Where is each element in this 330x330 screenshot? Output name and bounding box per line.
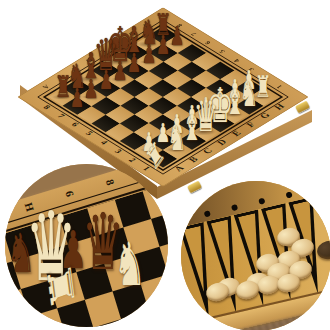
coordinate-label: C xyxy=(69,66,79,72)
coordinate-label: H xyxy=(272,102,287,111)
closeup-border-label: 8 xyxy=(104,178,117,187)
coordinate-label: 1 xyxy=(141,165,152,172)
coordinate-label: 2 xyxy=(261,75,270,81)
coordinate-label: 3 xyxy=(112,148,123,155)
coordinate-label: 4 xyxy=(98,139,109,146)
coordinate-label: 8 xyxy=(175,22,184,28)
coordinate-label: 8 xyxy=(41,104,52,111)
coordinate-label: B xyxy=(186,155,200,163)
coordinate-label: A xyxy=(172,164,186,173)
coordinate-label: 7 xyxy=(189,31,198,37)
coordinate-label: 5 xyxy=(84,130,95,137)
coordinate-label: 3 xyxy=(246,66,255,72)
coordinate-label: 6 xyxy=(203,40,212,46)
coordinate-label: 2 xyxy=(127,156,138,163)
coordinate-label: C xyxy=(200,146,214,155)
coordinate-label: 5 xyxy=(218,49,227,55)
closeup-light-knight[interactable]: ♞ xyxy=(114,234,146,294)
coordinate-label: H xyxy=(141,22,152,29)
coordinate-label: F xyxy=(113,40,123,46)
chess-board[interactable]: 87654321 87654321 ABCDEFGH ABCDEFGH xyxy=(17,7,308,186)
product-photo: 87654321 87654321 ABCDEFGH ABCDEFGH ♜♞♝♛… xyxy=(0,0,330,330)
inset-chess-closeup: 4H68 ♞♛♟♛♞♜ xyxy=(5,164,168,327)
coordinate-label: F xyxy=(244,120,257,128)
coordinate-label: E xyxy=(98,48,108,54)
coordinate-label: 6 xyxy=(69,121,80,128)
coordinate-label: G xyxy=(127,30,138,37)
coordinate-label: 1 xyxy=(275,84,284,90)
coordinate-label: B xyxy=(55,75,65,81)
coordinate-label: D xyxy=(84,57,94,63)
coordinate-label: D xyxy=(215,138,229,147)
coordinate-label: A xyxy=(41,83,51,89)
coordinate-label: G xyxy=(257,111,272,120)
coordinate-label: 7 xyxy=(55,112,66,119)
coordinate-label: 4 xyxy=(232,58,241,64)
inset-backgammon-closeup xyxy=(181,181,330,330)
coordinate-label: E xyxy=(229,129,243,137)
